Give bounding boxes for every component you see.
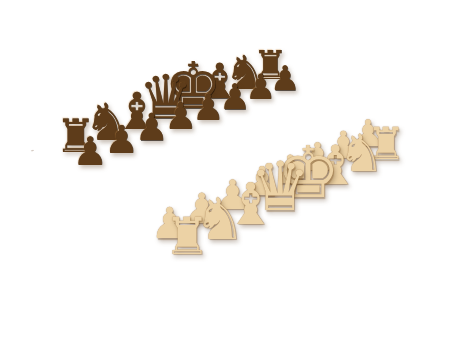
piece-black-pawn-b7[interactable]: ♟ — [104, 121, 139, 160]
piece-black-pawn-a7[interactable]: ♟ — [72, 132, 107, 171]
piece-black-pawn-c7[interactable]: ♟ — [135, 110, 169, 148]
chess-set-photo: ♜♞♟♝♟♚♟♛♟♝♟♞♟♟♜♟♟♜♟♟♞♟♝♟♚♟♛♟♝♟♞♜ — [0, 0, 457, 351]
pieces-layer: ♜♞♟♝♟♚♟♛♟♝♟♞♟♟♜♟♟♜♟♟♞♟♝♟♚♟♛♟♝♟♞♜ — [0, 0, 457, 351]
piece-white-rook-a1[interactable]: ♜ — [164, 211, 210, 262]
piece-black-pawn-d7[interactable]: ♟ — [164, 99, 197, 136]
